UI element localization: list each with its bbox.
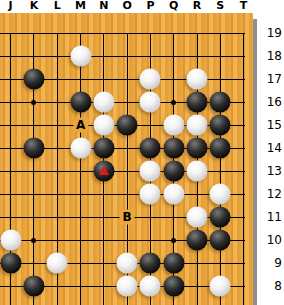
board-cell-S16[interactable] xyxy=(209,91,232,114)
board-cell-S19[interactable] xyxy=(209,22,232,45)
board-cell-O11[interactable]: B xyxy=(115,206,138,229)
board-cell-N17[interactable] xyxy=(92,68,115,91)
board-cell-R12[interactable] xyxy=(185,183,208,206)
board-cell-M7[interactable] xyxy=(69,298,92,305)
board-cell-S12[interactable] xyxy=(209,183,232,206)
label-B: B xyxy=(120,210,135,225)
board-cell-N13[interactable] xyxy=(92,160,115,183)
board-cell-P12[interactable] xyxy=(139,183,162,206)
black-stone-Q14 xyxy=(163,138,184,159)
board-cell-M11[interactable] xyxy=(69,206,92,229)
board-cell-T8[interactable] xyxy=(232,275,253,298)
white-stone-R13 xyxy=(187,161,208,182)
white-stone-P16 xyxy=(140,92,161,113)
white-stone-R17 xyxy=(187,69,208,90)
board-cell-O12[interactable] xyxy=(115,183,138,206)
board-cell-M18[interactable] xyxy=(69,45,92,68)
column-label-K: K xyxy=(22,0,45,13)
board-cell-T13[interactable] xyxy=(232,160,253,183)
column-label-T: T xyxy=(232,0,255,13)
board-cell-Q10[interactable] xyxy=(162,229,185,252)
board-cell-P8[interactable] xyxy=(139,275,162,298)
board-cell-Q19[interactable] xyxy=(162,22,185,45)
black-stone-S16 xyxy=(210,92,231,113)
row-label-16: 16 xyxy=(257,95,282,109)
board-cell-Q8[interactable] xyxy=(162,275,185,298)
board-cell-M10[interactable] xyxy=(69,229,92,252)
board-cell-T16[interactable] xyxy=(232,91,253,114)
board-cell-O14[interactable] xyxy=(115,137,138,160)
board-cell-O15[interactable] xyxy=(115,114,138,137)
board-cell-J18[interactable] xyxy=(0,45,22,68)
board-cell-R10[interactable] xyxy=(185,229,208,252)
board-cell-K15[interactable] xyxy=(22,114,45,137)
board-cell-N8[interactable] xyxy=(92,275,115,298)
board-cell-P11[interactable] xyxy=(139,206,162,229)
board-cell-S7[interactable] xyxy=(209,298,232,305)
board-cell-J13[interactable] xyxy=(0,160,22,183)
black-stone-Q13 xyxy=(163,161,184,182)
board-cell-P10[interactable] xyxy=(139,229,162,252)
white-stone-R15 xyxy=(187,115,208,136)
board-cell-K16[interactable] xyxy=(22,91,45,114)
board-cell-P14[interactable] xyxy=(139,137,162,160)
white-stone-M14 xyxy=(70,138,91,159)
board-cell-N14[interactable] xyxy=(92,137,115,160)
board-cell-L14[interactable] xyxy=(46,137,69,160)
board-cell-J10[interactable] xyxy=(0,229,22,252)
board-cell-K11[interactable] xyxy=(22,206,45,229)
board-cell-P18[interactable] xyxy=(139,45,162,68)
white-stone-M18 xyxy=(70,46,91,67)
board-cell-Q14[interactable] xyxy=(162,137,185,160)
board-cell-O16[interactable] xyxy=(115,91,138,114)
board-cell-M9[interactable] xyxy=(69,252,92,275)
column-label-M: M xyxy=(69,0,92,13)
row-label-14: 14 xyxy=(257,141,282,155)
row-labels: 1918171615141312111098 xyxy=(257,0,284,305)
board-cell-L10[interactable] xyxy=(46,229,69,252)
board-cell-J12[interactable] xyxy=(0,183,22,206)
board-cell-R19[interactable] xyxy=(185,22,208,45)
black-stone-R16 xyxy=(187,92,208,113)
board-cell-M17[interactable] xyxy=(69,68,92,91)
board-cell-Q16[interactable] xyxy=(162,91,185,114)
board-cell-L17[interactable] xyxy=(46,68,69,91)
column-label-O: O xyxy=(115,0,138,13)
board-grid: AB xyxy=(0,22,253,305)
board-cell-L9[interactable] xyxy=(46,252,69,275)
board-cell-T14[interactable] xyxy=(232,137,253,160)
board-cell-R9[interactable] xyxy=(185,252,208,275)
column-label-S: S xyxy=(209,0,232,13)
board-cell-S14[interactable] xyxy=(209,137,232,160)
row-label-18: 18 xyxy=(257,49,282,63)
black-stone-S14 xyxy=(210,138,231,159)
board-cell-N16[interactable] xyxy=(92,91,115,114)
row-label-13: 13 xyxy=(257,164,282,178)
board-cell-T10[interactable] xyxy=(232,229,253,252)
board-cell-J17[interactable] xyxy=(0,68,22,91)
board-cell-L8[interactable] xyxy=(46,275,69,298)
board-cell-J16[interactable] xyxy=(0,91,22,114)
board-cell-L13[interactable] xyxy=(46,160,69,183)
row-label-12: 12 xyxy=(257,187,282,201)
board-cell-N11[interactable] xyxy=(92,206,115,229)
white-stone-P17 xyxy=(140,69,161,90)
column-label-R: R xyxy=(185,0,208,13)
board-cell-L12[interactable] xyxy=(46,183,69,206)
column-label-J: J xyxy=(0,0,22,13)
board-cell-S11[interactable] xyxy=(209,206,232,229)
black-stone-Q8 xyxy=(163,276,184,297)
board-cell-J14[interactable] xyxy=(0,137,22,160)
board-cell-L7[interactable] xyxy=(46,298,69,305)
column-labels: JKLMNOPQRST xyxy=(0,0,255,13)
board-cell-K14[interactable] xyxy=(22,137,45,160)
board-cell-L18[interactable] xyxy=(46,45,69,68)
black-stone-K17 xyxy=(23,69,44,90)
board-cell-K9[interactable] xyxy=(22,252,45,275)
board-cell-J15[interactable] xyxy=(0,114,22,137)
board-cell-J11[interactable] xyxy=(0,206,22,229)
board-cell-N12[interactable] xyxy=(92,183,115,206)
board-cell-R15[interactable] xyxy=(185,114,208,137)
board-cell-L19[interactable] xyxy=(46,22,69,45)
board-cell-O7[interactable] xyxy=(115,298,138,305)
black-stone-R10 xyxy=(187,230,208,251)
black-stone-K8 xyxy=(23,276,44,297)
board-cell-O8[interactable] xyxy=(115,275,138,298)
board-cell-M15[interactable]: A xyxy=(69,114,92,137)
row-label-19: 19 xyxy=(257,26,282,40)
row-label-15: 15 xyxy=(257,118,282,132)
board-cell-R13[interactable] xyxy=(185,160,208,183)
board-cell-T7[interactable] xyxy=(232,298,253,305)
board-cell-S18[interactable] xyxy=(209,45,232,68)
black-stone-S15 xyxy=(210,115,231,136)
board-cell-Q17[interactable] xyxy=(162,68,185,91)
row-label-10: 10 xyxy=(257,233,282,247)
board-cell-O9[interactable] xyxy=(115,252,138,275)
board-cell-S10[interactable] xyxy=(209,229,232,252)
white-stone-O9 xyxy=(117,253,138,274)
black-stone-K14 xyxy=(23,138,44,159)
board-cell-L16[interactable] xyxy=(46,91,69,114)
board-cell-K13[interactable] xyxy=(22,160,45,183)
white-stone-S12 xyxy=(210,184,231,205)
white-stone-S8 xyxy=(210,276,231,297)
board-cell-K8[interactable] xyxy=(22,275,45,298)
board-cell-M19[interactable] xyxy=(69,22,92,45)
board-cell-Q7[interactable] xyxy=(162,298,185,305)
board-cell-O19[interactable] xyxy=(115,22,138,45)
board-cell-T18[interactable] xyxy=(232,45,253,68)
board-cell-S9[interactable] xyxy=(209,252,232,275)
board-cell-R14[interactable] xyxy=(185,137,208,160)
white-stone-R11 xyxy=(187,207,208,228)
white-stone-Q15 xyxy=(163,115,184,136)
black-stone-Q9 xyxy=(163,253,184,274)
go-board: AB xyxy=(0,13,253,305)
board-cell-P9[interactable] xyxy=(139,252,162,275)
board-cell-M14[interactable] xyxy=(69,137,92,160)
board-cell-P16[interactable] xyxy=(139,91,162,114)
board-cell-J7[interactable] xyxy=(0,298,22,305)
board-cell-R11[interactable] xyxy=(185,206,208,229)
board-cell-P15[interactable] xyxy=(139,114,162,137)
black-stone-P14 xyxy=(140,138,161,159)
board-cell-M8[interactable] xyxy=(69,275,92,298)
column-label-L: L xyxy=(46,0,69,13)
board-cell-Q18[interactable] xyxy=(162,45,185,68)
board-cell-O17[interactable] xyxy=(115,68,138,91)
board-cell-P13[interactable] xyxy=(139,160,162,183)
board-cell-M16[interactable] xyxy=(69,91,92,114)
board-cell-P17[interactable] xyxy=(139,68,162,91)
board-cell-Q9[interactable] xyxy=(162,252,185,275)
board-cell-S8[interactable] xyxy=(209,275,232,298)
board-cell-N18[interactable] xyxy=(92,45,115,68)
white-stone-P13 xyxy=(140,161,161,182)
board-cell-T19[interactable] xyxy=(232,22,253,45)
board-cell-N19[interactable] xyxy=(92,22,115,45)
black-stone-R14 xyxy=(187,138,208,159)
board-cell-K10[interactable] xyxy=(22,229,45,252)
board-cell-L15[interactable] xyxy=(46,114,69,137)
board-cell-M12[interactable] xyxy=(69,183,92,206)
black-stone-O15 xyxy=(117,115,138,136)
board-cell-S15[interactable] xyxy=(209,114,232,137)
board-cell-T15[interactable] xyxy=(232,114,253,137)
white-stone-Q12 xyxy=(163,184,184,205)
board-cell-T17[interactable] xyxy=(232,68,253,91)
label-A: A xyxy=(73,118,88,133)
white-stone-L9 xyxy=(47,253,68,274)
column-label-P: P xyxy=(139,0,162,13)
board-cell-R7[interactable] xyxy=(185,298,208,305)
board-cell-L11[interactable] xyxy=(46,206,69,229)
board-cell-K7[interactable] xyxy=(22,298,45,305)
row-label-17: 17 xyxy=(257,72,282,86)
board-cell-Q13[interactable] xyxy=(162,160,185,183)
board-cell-K18[interactable] xyxy=(22,45,45,68)
board-cell-Q12[interactable] xyxy=(162,183,185,206)
column-label-Q: Q xyxy=(162,0,185,13)
board-cell-N15[interactable] xyxy=(92,114,115,137)
board-cell-P19[interactable] xyxy=(139,22,162,45)
board-cell-T11[interactable] xyxy=(232,206,253,229)
star-point xyxy=(31,238,36,243)
white-stone-N16 xyxy=(93,92,114,113)
board-cell-T12[interactable] xyxy=(232,183,253,206)
board-cell-K19[interactable] xyxy=(22,22,45,45)
board-cell-M13[interactable] xyxy=(69,160,92,183)
board-cell-N10[interactable] xyxy=(92,229,115,252)
black-stone-M16 xyxy=(70,92,91,113)
white-stone-O8 xyxy=(117,276,138,297)
board-cell-P7[interactable] xyxy=(139,298,162,305)
white-stone-P12 xyxy=(140,184,161,205)
board-cell-R8[interactable] xyxy=(185,275,208,298)
board-cell-R18[interactable] xyxy=(185,45,208,68)
black-stone-S11 xyxy=(210,207,231,228)
board-cell-N9[interactable] xyxy=(92,252,115,275)
white-stone-P8 xyxy=(140,276,161,297)
row-label-11: 11 xyxy=(257,210,282,224)
board-cell-J19[interactable] xyxy=(0,22,22,45)
board-cell-R17[interactable] xyxy=(185,68,208,91)
white-stone-N15 xyxy=(93,115,114,136)
board-cell-K12[interactable] xyxy=(22,183,45,206)
row-label-8: 8 xyxy=(257,279,282,293)
row-label-9: 9 xyxy=(257,256,282,270)
board-cell-O10[interactable] xyxy=(115,229,138,252)
star-point xyxy=(31,100,36,105)
triangle-marker xyxy=(99,166,109,175)
black-stone-P9 xyxy=(140,253,161,274)
board-cell-T9[interactable] xyxy=(232,252,253,275)
board-cell-Q11[interactable] xyxy=(162,206,185,229)
star-point xyxy=(171,238,176,243)
column-label-N: N xyxy=(92,0,115,13)
board-cell-O18[interactable] xyxy=(115,45,138,68)
board-cell-J8[interactable] xyxy=(0,275,22,298)
black-stone-J9 xyxy=(0,253,21,274)
board-cell-J9[interactable] xyxy=(0,252,22,275)
board-cell-S17[interactable] xyxy=(209,68,232,91)
board-cell-O13[interactable] xyxy=(115,160,138,183)
white-stone-J10 xyxy=(0,230,21,251)
board-cell-Q15[interactable] xyxy=(162,114,185,137)
board-cell-R16[interactable] xyxy=(185,91,208,114)
black-stone-N14 xyxy=(93,138,114,159)
go-board-screenshot: JKLMNOPQRST AB 1918171615141312111098 xyxy=(0,0,284,305)
board-cell-S13[interactable] xyxy=(209,160,232,183)
star-point xyxy=(171,100,176,105)
black-stone-S10 xyxy=(210,230,231,251)
board-cell-N7[interactable] xyxy=(92,298,115,305)
board-cell-K17[interactable] xyxy=(22,68,45,91)
